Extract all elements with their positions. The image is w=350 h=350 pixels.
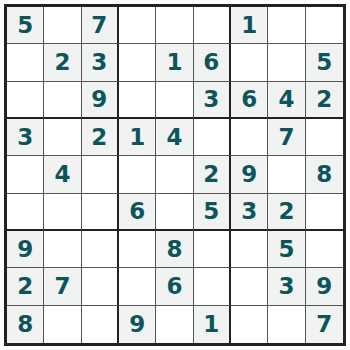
cell-r6c1-empty[interactable] bbox=[7, 194, 44, 231]
cell-r2c6-given: 6 bbox=[194, 44, 231, 81]
cell-r4c3-given: 2 bbox=[82, 119, 119, 156]
cell-r6c3-empty[interactable] bbox=[82, 194, 119, 231]
cell-r6c9-empty[interactable] bbox=[306, 194, 343, 231]
cell-r8c6-empty[interactable] bbox=[194, 268, 231, 305]
cell-r5c7-given: 9 bbox=[231, 156, 268, 193]
cell-r3c9-given: 2 bbox=[306, 82, 343, 119]
cell-r3c3-given: 9 bbox=[82, 82, 119, 119]
cell-r6c2-empty[interactable] bbox=[44, 194, 81, 231]
cell-r9c1-given: 8 bbox=[7, 306, 44, 343]
cell-r2c2-given: 2 bbox=[44, 44, 81, 81]
cell-r2c4-empty[interactable] bbox=[119, 44, 156, 81]
cell-r1c9-empty[interactable] bbox=[306, 7, 343, 44]
cell-r8c8-given: 3 bbox=[268, 268, 305, 305]
cell-r9c9-given: 7 bbox=[306, 306, 343, 343]
sudoku-page: 57123165936423214742986532985276398917 bbox=[0, 0, 350, 350]
cell-r2c1-empty[interactable] bbox=[7, 44, 44, 81]
cell-r2c3-given: 3 bbox=[82, 44, 119, 81]
cell-r1c8-empty[interactable] bbox=[268, 7, 305, 44]
cell-r6c6-given: 5 bbox=[194, 194, 231, 231]
cell-r5c4-empty[interactable] bbox=[119, 156, 156, 193]
cell-r3c8-given: 4 bbox=[268, 82, 305, 119]
cell-r4c9-empty[interactable] bbox=[306, 119, 343, 156]
cell-r2c5-given: 1 bbox=[156, 44, 193, 81]
cell-r7c7-empty[interactable] bbox=[231, 231, 268, 268]
cell-r3c6-given: 3 bbox=[194, 82, 231, 119]
cell-r4c2-empty[interactable] bbox=[44, 119, 81, 156]
cell-r7c1-given: 9 bbox=[7, 231, 44, 268]
cell-r4c8-given: 7 bbox=[268, 119, 305, 156]
cell-r5c5-empty[interactable] bbox=[156, 156, 193, 193]
cell-r9c2-empty[interactable] bbox=[44, 306, 81, 343]
cell-r8c1-given: 2 bbox=[7, 268, 44, 305]
cell-r6c8-given: 2 bbox=[268, 194, 305, 231]
cell-r8c5-given: 6 bbox=[156, 268, 193, 305]
cell-r5c1-empty[interactable] bbox=[7, 156, 44, 193]
cell-r2c7-empty[interactable] bbox=[231, 44, 268, 81]
cell-r6c7-given: 3 bbox=[231, 194, 268, 231]
cell-r3c7-given: 6 bbox=[231, 82, 268, 119]
cell-r9c7-empty[interactable] bbox=[231, 306, 268, 343]
cell-r1c1-given: 5 bbox=[7, 7, 44, 44]
cell-r1c2-empty[interactable] bbox=[44, 7, 81, 44]
cell-r1c3-given: 7 bbox=[82, 7, 119, 44]
cell-r4c7-empty[interactable] bbox=[231, 119, 268, 156]
cell-r1c4-empty[interactable] bbox=[119, 7, 156, 44]
cell-r1c6-empty[interactable] bbox=[194, 7, 231, 44]
cell-r7c2-empty[interactable] bbox=[44, 231, 81, 268]
cell-r2c8-empty[interactable] bbox=[268, 44, 305, 81]
cell-r4c5-given: 4 bbox=[156, 119, 193, 156]
cell-r8c9-given: 9 bbox=[306, 268, 343, 305]
cell-r1c7-given: 1 bbox=[231, 7, 268, 44]
cell-r9c4-given: 9 bbox=[119, 306, 156, 343]
cell-r5c9-given: 8 bbox=[306, 156, 343, 193]
cell-r4c1-given: 3 bbox=[7, 119, 44, 156]
cell-r5c2-given: 4 bbox=[44, 156, 81, 193]
cell-r7c9-empty[interactable] bbox=[306, 231, 343, 268]
cell-r2c9-given: 5 bbox=[306, 44, 343, 81]
cell-r4c6-empty[interactable] bbox=[194, 119, 231, 156]
cell-r7c3-empty[interactable] bbox=[82, 231, 119, 268]
cell-r9c3-empty[interactable] bbox=[82, 306, 119, 343]
cell-r5c8-empty[interactable] bbox=[268, 156, 305, 193]
cell-r8c2-given: 7 bbox=[44, 268, 81, 305]
cell-r3c5-empty[interactable] bbox=[156, 82, 193, 119]
cell-r3c2-empty[interactable] bbox=[44, 82, 81, 119]
sudoku-grid: 57123165936423214742986532985276398917 bbox=[7, 7, 343, 343]
cell-r4c4-given: 1 bbox=[119, 119, 156, 156]
cell-r8c4-empty[interactable] bbox=[119, 268, 156, 305]
cell-r7c6-empty[interactable] bbox=[194, 231, 231, 268]
cell-r9c6-given: 1 bbox=[194, 306, 231, 343]
cell-r8c3-empty[interactable] bbox=[82, 268, 119, 305]
cell-r7c4-empty[interactable] bbox=[119, 231, 156, 268]
cell-r5c3-empty[interactable] bbox=[82, 156, 119, 193]
cell-r7c8-given: 5 bbox=[268, 231, 305, 268]
cell-r9c5-empty[interactable] bbox=[156, 306, 193, 343]
cell-r7c5-given: 8 bbox=[156, 231, 193, 268]
sudoku-board: 57123165936423214742986532985276398917 bbox=[4, 4, 346, 346]
cell-r9c8-empty[interactable] bbox=[268, 306, 305, 343]
cell-r8c7-empty[interactable] bbox=[231, 268, 268, 305]
cell-r1c5-empty[interactable] bbox=[156, 7, 193, 44]
cell-r3c4-empty[interactable] bbox=[119, 82, 156, 119]
cell-r3c1-empty[interactable] bbox=[7, 82, 44, 119]
cell-r5c6-given: 2 bbox=[194, 156, 231, 193]
cell-r6c4-given: 6 bbox=[119, 194, 156, 231]
cell-r6c5-empty[interactable] bbox=[156, 194, 193, 231]
